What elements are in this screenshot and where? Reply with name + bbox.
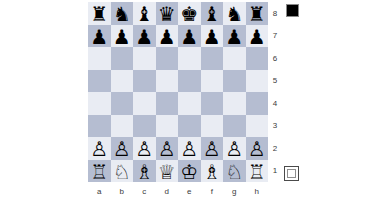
piece-black-p: ♟ (203, 26, 221, 46)
square-a1[interactable]: ♖ (88, 160, 111, 183)
piece-white-r: ♖ (90, 161, 108, 181)
piece-white-b: ♗ (135, 161, 153, 181)
square-g5[interactable] (223, 70, 246, 93)
square-c8[interactable]: ♝ (133, 2, 156, 25)
square-a5[interactable] (88, 70, 111, 93)
square-e8[interactable]: ♚ (178, 2, 201, 25)
piece-black-n: ♞ (113, 4, 131, 24)
rank-label-3: 3 (268, 115, 282, 138)
rank-label-7: 7 (268, 25, 282, 48)
white-side-indicator-icon[interactable] (284, 166, 299, 181)
square-g8[interactable]: ♞ (223, 2, 246, 25)
piece-white-p: ♙ (203, 139, 221, 159)
square-d3[interactable] (156, 115, 179, 138)
piece-black-k: ♚ (180, 4, 198, 24)
square-g6[interactable] (223, 47, 246, 70)
piece-black-q: ♛ (158, 4, 176, 24)
square-f1[interactable]: ♗ (201, 160, 224, 183)
square-g7[interactable]: ♟ (223, 25, 246, 48)
square-d8[interactable]: ♛ (156, 2, 179, 25)
rank-label-2: 2 (268, 137, 282, 160)
square-d6[interactable] (156, 47, 179, 70)
square-a4[interactable] (88, 92, 111, 115)
square-e4[interactable] (178, 92, 201, 115)
square-e2[interactable]: ♙ (178, 137, 201, 160)
square-f7[interactable]: ♟ (201, 25, 224, 48)
piece-black-p: ♟ (158, 26, 176, 46)
square-c2[interactable]: ♙ (133, 137, 156, 160)
square-e5[interactable] (178, 70, 201, 93)
square-c4[interactable] (133, 92, 156, 115)
piece-black-p: ♟ (113, 26, 131, 46)
piece-black-p: ♟ (248, 26, 266, 46)
piece-white-n: ♘ (225, 161, 243, 181)
square-c6[interactable] (133, 47, 156, 70)
rank-label-4: 4 (268, 92, 282, 115)
file-label-c: c (133, 184, 156, 198)
piece-black-p: ♟ (225, 26, 243, 46)
square-a7[interactable]: ♟ (88, 25, 111, 48)
file-label-f: f (201, 184, 224, 198)
piece-white-b: ♗ (203, 161, 221, 181)
file-label-d: d (156, 184, 179, 198)
square-d2[interactable]: ♙ (156, 137, 179, 160)
square-h7[interactable]: ♟ (246, 25, 269, 48)
square-d7[interactable]: ♟ (156, 25, 179, 48)
piece-white-p: ♙ (135, 139, 153, 159)
file-label-a: a (88, 184, 111, 198)
piece-black-r: ♜ (248, 4, 266, 24)
square-e6[interactable] (178, 47, 201, 70)
square-b6[interactable] (111, 47, 134, 70)
square-a8[interactable]: ♜ (88, 2, 111, 25)
square-b5[interactable] (111, 70, 134, 93)
square-e3[interactable] (178, 115, 201, 138)
piece-white-p: ♙ (158, 139, 176, 159)
chess-board: ♜♞♝♛♚♝♞♜♟♟♟♟♟♟♟♟♙♙♙♙♙♙♙♙♖♘♗♕♔♗♘♖ (88, 2, 268, 182)
square-h5[interactable] (246, 70, 269, 93)
piece-black-n: ♞ (225, 4, 243, 24)
piece-black-b: ♝ (203, 4, 221, 24)
square-h6[interactable] (246, 47, 269, 70)
square-f8[interactable]: ♝ (201, 2, 224, 25)
piece-white-p: ♙ (248, 139, 266, 159)
square-g3[interactable] (223, 115, 246, 138)
piece-black-b: ♝ (135, 4, 153, 24)
square-d1[interactable]: ♕ (156, 160, 179, 183)
square-f4[interactable] (201, 92, 224, 115)
piece-black-r: ♜ (90, 4, 108, 24)
file-labels: abcdefgh (88, 184, 268, 198)
piece-black-p: ♟ (135, 26, 153, 46)
square-c1[interactable]: ♗ (133, 160, 156, 183)
square-c7[interactable]: ♟ (133, 25, 156, 48)
file-label-h: h (246, 184, 269, 198)
square-f3[interactable] (201, 115, 224, 138)
piece-white-p: ♙ (180, 139, 198, 159)
black-side-indicator-icon[interactable] (286, 4, 299, 17)
square-b4[interactable] (111, 92, 134, 115)
square-g2[interactable]: ♙ (223, 137, 246, 160)
piece-white-p: ♙ (90, 139, 108, 159)
square-e7[interactable]: ♟ (178, 25, 201, 48)
rank-label-5: 5 (268, 70, 282, 93)
square-a3[interactable] (88, 115, 111, 138)
square-h8[interactable]: ♜ (246, 2, 269, 25)
square-e1[interactable]: ♔ (178, 160, 201, 183)
square-g4[interactable] (223, 92, 246, 115)
square-a6[interactable] (88, 47, 111, 70)
rank-labels: 87654321 (268, 2, 282, 182)
piece-black-p: ♟ (90, 26, 108, 46)
square-g1[interactable]: ♘ (223, 160, 246, 183)
square-b7[interactable]: ♟ (111, 25, 134, 48)
rank-label-8: 8 (268, 2, 282, 25)
piece-white-q: ♕ (158, 161, 176, 181)
rank-label-6: 6 (268, 47, 282, 70)
chess-app-window: ♜♞♝♛♚♝♞♜♟♟♟♟♟♟♟♟♙♙♙♙♙♙♙♙♖♘♗♕♔♗♘♖ 8765432… (0, 0, 385, 202)
piece-black-p: ♟ (180, 26, 198, 46)
white-side-indicator-frame (287, 169, 296, 178)
piece-white-p: ♙ (225, 139, 243, 159)
square-h3[interactable] (246, 115, 269, 138)
square-b3[interactable] (111, 115, 134, 138)
square-b2[interactable]: ♙ (111, 137, 134, 160)
square-f6[interactable] (201, 47, 224, 70)
square-h4[interactable] (246, 92, 269, 115)
square-f2[interactable]: ♙ (201, 137, 224, 160)
square-h2[interactable]: ♙ (246, 137, 269, 160)
square-a2[interactable]: ♙ (88, 137, 111, 160)
square-f5[interactable] (201, 70, 224, 93)
piece-white-r: ♖ (248, 161, 266, 181)
square-c5[interactable] (133, 70, 156, 93)
square-h1[interactable]: ♖ (246, 160, 269, 183)
square-c3[interactable] (133, 115, 156, 138)
file-label-b: b (111, 184, 134, 198)
square-b8[interactable]: ♞ (111, 2, 134, 25)
piece-white-p: ♙ (113, 139, 131, 159)
file-label-e: e (178, 184, 201, 198)
piece-white-k: ♔ (180, 161, 198, 181)
square-d4[interactable] (156, 92, 179, 115)
square-b1[interactable]: ♘ (111, 160, 134, 183)
file-label-g: g (223, 184, 246, 198)
rank-label-1: 1 (268, 160, 282, 183)
square-d5[interactable] (156, 70, 179, 93)
piece-white-n: ♘ (113, 161, 131, 181)
